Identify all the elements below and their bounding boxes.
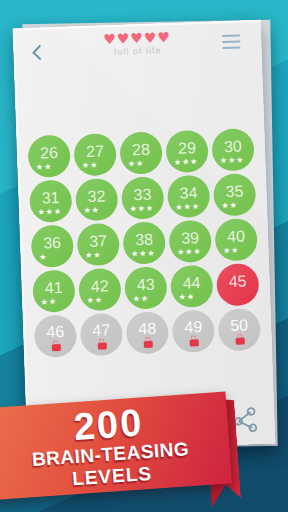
level-number: 32 [87, 187, 105, 205]
heart-icon: ♥ [130, 30, 144, 46]
level-40[interactable]: 40★★ [214, 218, 257, 261]
level-41[interactable]: 41★★ [32, 269, 75, 312]
stars: ★★★ [174, 156, 201, 166]
stars: ★★ [133, 293, 160, 303]
banner-line3: LEVELS [71, 462, 152, 489]
level-27[interactable]: 27★★ [73, 133, 116, 176]
level-number: 37 [89, 232, 107, 250]
level-number: 45 [228, 272, 246, 290]
level-26[interactable]: 26★★ [27, 135, 70, 178]
stars: ★★ [87, 295, 114, 305]
stars: ★★ [85, 250, 112, 260]
level-grid: 26★★27★★28★★29★★★30★★★31★★★32★★33★★★34★★… [27, 128, 261, 358]
stars [224, 290, 251, 300]
level-number: 47 [92, 321, 110, 339]
level-30[interactable]: 30★★★ [211, 128, 254, 171]
stars: ★★ [178, 291, 205, 301]
level-49[interactable]: 49 [172, 310, 215, 353]
level-29[interactable]: 29★★★ [165, 130, 208, 173]
level-number: 38 [135, 230, 153, 248]
stars: ★★★ [175, 201, 202, 211]
level-44[interactable]: 44★★ [170, 265, 213, 308]
stars: ★★★ [177, 246, 204, 256]
lock-icon [235, 338, 244, 345]
level-31[interactable]: 31★★★ [29, 180, 72, 223]
level-number: 43 [136, 275, 154, 293]
banner-line1: 200 [72, 403, 144, 446]
level-45[interactable]: 45 [216, 263, 259, 306]
stars: ★★ [221, 200, 248, 210]
level-number: 46 [46, 323, 64, 341]
heart-icon: ♥ [116, 30, 130, 46]
level-33[interactable]: 33★★★ [121, 176, 164, 219]
level-50[interactable]: 50 [218, 308, 261, 351]
stars: ★★ [223, 245, 250, 255]
level-number: 26 [40, 143, 58, 161]
stars: ★★ [128, 158, 155, 168]
heart-icon: ♥ [157, 29, 171, 45]
menu-button[interactable] [222, 35, 240, 50]
level-number: 31 [41, 188, 59, 206]
level-35[interactable]: 35★★ [213, 173, 256, 216]
stars: ★★★ [37, 206, 64, 216]
level-number: 41 [45, 278, 63, 296]
level-number: 27 [86, 142, 104, 160]
lock-icon [51, 344, 60, 351]
level-number: 30 [224, 137, 242, 155]
menu-icon [222, 35, 240, 38]
lock-icon [97, 342, 106, 349]
level-number: 48 [138, 320, 156, 338]
level-number: 35 [225, 182, 243, 200]
stars: ★★ [36, 161, 63, 171]
promo-banner: 200 BRAIN-TEASING LEVELS [0, 391, 232, 499]
level-32[interactable]: 32★★ [75, 178, 118, 221]
level-38[interactable]: 38★★★ [123, 221, 166, 264]
level-number: 44 [182, 274, 200, 292]
lock-icon [189, 339, 198, 346]
level-number: 33 [133, 185, 151, 203]
level-48[interactable]: 48 [126, 311, 169, 354]
level-number: 39 [181, 229, 199, 247]
level-47[interactable]: 47 [80, 313, 123, 356]
stars: ★★★ [129, 203, 156, 213]
level-number: 36 [43, 233, 61, 251]
lock-icon [143, 341, 152, 348]
level-37[interactable]: 37★★ [77, 223, 120, 266]
level-select-card: ♥♥♥♥♥ full of life 26★★27★★28★★29★★★30★★… [13, 20, 276, 452]
app-screen: ♥♥♥♥♥ full of life 26★★27★★28★★29★★★30★★… [0, 0, 288, 512]
level-number: 49 [184, 318, 202, 336]
level-34[interactable]: 34★★★ [167, 175, 210, 218]
level-46[interactable]: 46 [34, 314, 77, 357]
heart-icon: ♥ [144, 29, 158, 45]
stars: ★★ [83, 205, 110, 215]
stars: ★★ [82, 160, 109, 170]
level-number: 29 [178, 139, 196, 157]
heart-icon: ♥ [103, 31, 117, 47]
level-39[interactable]: 39★★★ [168, 220, 211, 263]
stars: ★★★ [131, 248, 158, 258]
level-43[interactable]: 43★★ [124, 266, 167, 309]
stars: ★ [39, 251, 66, 261]
level-28[interactable]: 28★★ [119, 131, 162, 174]
level-number: 42 [91, 277, 109, 295]
level-number: 40 [227, 227, 245, 245]
stars: ★★ [41, 296, 68, 306]
level-number: 34 [179, 184, 197, 202]
level-number: 28 [132, 140, 150, 158]
stars: ★★★ [220, 155, 247, 165]
level-36[interactable]: 36★ [31, 224, 74, 267]
level-42[interactable]: 42★★ [78, 268, 121, 311]
level-number: 50 [230, 316, 248, 334]
